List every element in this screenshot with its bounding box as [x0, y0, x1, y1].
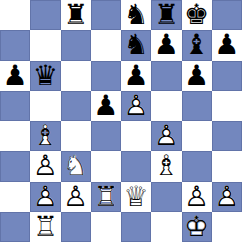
square-h2[interactable]: ♟♙ — [212, 182, 242, 212]
piece-glyph: ♟ — [212, 30, 242, 60]
piece-outline-glyph: ♕ — [121, 182, 151, 212]
piece-outline-glyph: ♔ — [182, 212, 212, 242]
square-b8[interactable] — [30, 0, 60, 30]
square-f1[interactable] — [151, 212, 181, 242]
piece-white-queen[interactable]: ♛♕ — [121, 182, 151, 212]
square-a1[interactable] — [0, 212, 30, 242]
piece-white-knight[interactable]: ♞♘ — [61, 151, 91, 181]
square-f4[interactable]: ♟♙ — [151, 121, 181, 151]
piece-white-bishop[interactable]: ♝♗ — [30, 121, 60, 151]
square-h3[interactable] — [212, 151, 242, 181]
piece-outline-glyph: ♙ — [30, 182, 60, 212]
piece-black-pawn[interactable]: ♟ — [151, 30, 181, 60]
square-e5[interactable]: ♟♙ — [121, 91, 151, 121]
chess-board: ♜♞♜♚♞♟♝♟♟♛♟♟♟♟♙♝♗♟♙♟♙♞♘♝♗♟♙♟♙♜♖♛♕♟♙♟♙♜♖♚… — [0, 0, 242, 242]
square-g7[interactable]: ♝ — [182, 30, 212, 60]
square-g1[interactable]: ♚♔ — [182, 212, 212, 242]
piece-black-rook[interactable]: ♜ — [61, 0, 91, 30]
square-g2[interactable]: ♟♙ — [182, 182, 212, 212]
piece-black-pawn[interactable]: ♟ — [0, 61, 30, 91]
piece-outline-glyph: ♙ — [151, 121, 181, 151]
square-h5[interactable] — [212, 91, 242, 121]
square-f3[interactable]: ♝♗ — [151, 151, 181, 181]
square-b1[interactable]: ♜♖ — [30, 212, 60, 242]
square-e1[interactable] — [121, 212, 151, 242]
square-d1[interactable] — [91, 212, 121, 242]
piece-white-pawn[interactable]: ♟♙ — [212, 182, 242, 212]
square-g6[interactable]: ♟ — [182, 61, 212, 91]
square-c8[interactable]: ♜ — [61, 0, 91, 30]
square-g4[interactable] — [182, 121, 212, 151]
piece-glyph: ♟ — [182, 61, 212, 91]
piece-outline-glyph: ♗ — [151, 151, 181, 181]
piece-glyph: ♟ — [121, 61, 151, 91]
piece-outline-glyph: ♗ — [30, 121, 60, 151]
square-b6[interactable]: ♛ — [30, 61, 60, 91]
piece-glyph: ♛ — [30, 61, 60, 91]
square-c7[interactable] — [61, 30, 91, 60]
piece-white-king[interactable]: ♚♔ — [182, 212, 212, 242]
square-c3[interactable]: ♞♘ — [61, 151, 91, 181]
piece-white-pawn[interactable]: ♟♙ — [151, 121, 181, 151]
square-h7[interactable]: ♟ — [212, 30, 242, 60]
square-d7[interactable] — [91, 30, 121, 60]
piece-outline-glyph: ♙ — [30, 151, 60, 181]
square-e8[interactable]: ♞ — [121, 0, 151, 30]
piece-black-pawn[interactable]: ♟ — [182, 61, 212, 91]
square-g8[interactable]: ♚ — [182, 0, 212, 30]
piece-white-pawn[interactable]: ♟♙ — [30, 182, 60, 212]
square-d6[interactable] — [91, 61, 121, 91]
piece-glyph: ♞ — [121, 30, 151, 60]
piece-outline-glyph: ♙ — [182, 182, 212, 212]
square-a3[interactable] — [0, 151, 30, 181]
square-a5[interactable] — [0, 91, 30, 121]
square-g5[interactable] — [182, 91, 212, 121]
square-a8[interactable] — [0, 0, 30, 30]
square-a6[interactable]: ♟ — [0, 61, 30, 91]
square-b4[interactable]: ♝♗ — [30, 121, 60, 151]
piece-glyph: ♝ — [182, 30, 212, 60]
square-g3[interactable] — [182, 151, 212, 181]
square-a4[interactable] — [0, 121, 30, 151]
piece-black-rook[interactable]: ♜ — [151, 0, 181, 30]
piece-glyph: ♜ — [151, 0, 181, 30]
square-d5[interactable]: ♟ — [91, 91, 121, 121]
piece-white-rook[interactable]: ♜♖ — [91, 182, 121, 212]
square-a7[interactable] — [0, 30, 30, 60]
piece-glyph: ♜ — [61, 0, 91, 30]
piece-outline-glyph: ♖ — [91, 182, 121, 212]
piece-white-bishop[interactable]: ♝♗ — [151, 151, 181, 181]
square-c5[interactable] — [61, 91, 91, 121]
piece-black-queen[interactable]: ♛ — [30, 61, 60, 91]
piece-white-pawn[interactable]: ♟♙ — [61, 182, 91, 212]
square-e6[interactable]: ♟ — [121, 61, 151, 91]
square-e4[interactable] — [121, 121, 151, 151]
square-f5[interactable] — [151, 91, 181, 121]
piece-glyph: ♚ — [182, 0, 212, 30]
square-h1[interactable] — [212, 212, 242, 242]
piece-black-pawn[interactable]: ♟ — [91, 91, 121, 121]
piece-glyph: ♟ — [91, 91, 121, 121]
square-h4[interactable] — [212, 121, 242, 151]
square-f2[interactable] — [151, 182, 181, 212]
piece-black-knight[interactable]: ♞ — [121, 0, 151, 30]
square-d3[interactable] — [91, 151, 121, 181]
piece-outline-glyph: ♙ — [61, 182, 91, 212]
piece-black-pawn[interactable]: ♟ — [212, 30, 242, 60]
square-b2[interactable]: ♟♙ — [30, 182, 60, 212]
square-d8[interactable] — [91, 0, 121, 30]
piece-white-pawn[interactable]: ♟♙ — [182, 182, 212, 212]
square-c2[interactable]: ♟♙ — [61, 182, 91, 212]
square-f6[interactable] — [151, 61, 181, 91]
piece-white-pawn[interactable]: ♟♙ — [30, 151, 60, 181]
piece-black-pawn[interactable]: ♟ — [121, 61, 151, 91]
piece-white-rook[interactable]: ♜♖ — [30, 212, 60, 242]
square-e3[interactable] — [121, 151, 151, 181]
piece-outline-glyph: ♙ — [212, 182, 242, 212]
square-c6[interactable] — [61, 61, 91, 91]
piece-white-pawn[interactable]: ♟♙ — [121, 91, 151, 121]
square-d4[interactable] — [91, 121, 121, 151]
square-b5[interactable] — [30, 91, 60, 121]
square-e2[interactable]: ♛♕ — [121, 182, 151, 212]
square-h8[interactable] — [212, 0, 242, 30]
piece-outline-glyph: ♙ — [121, 91, 151, 121]
square-e7[interactable]: ♞ — [121, 30, 151, 60]
piece-glyph: ♞ — [121, 0, 151, 30]
piece-black-knight[interactable]: ♞ — [121, 30, 151, 60]
square-h6[interactable] — [212, 61, 242, 91]
square-b3[interactable]: ♟♙ — [30, 151, 60, 181]
piece-outline-glyph: ♖ — [30, 212, 60, 242]
piece-glyph: ♟ — [151, 30, 181, 60]
piece-outline-glyph: ♘ — [61, 151, 91, 181]
piece-black-bishop[interactable]: ♝ — [182, 30, 212, 60]
piece-black-king[interactable]: ♚ — [182, 0, 212, 30]
square-d2[interactable]: ♜♖ — [91, 182, 121, 212]
square-c4[interactable] — [61, 121, 91, 151]
square-f7[interactable]: ♟ — [151, 30, 181, 60]
square-f8[interactable]: ♜ — [151, 0, 181, 30]
piece-glyph: ♟ — [0, 61, 30, 91]
square-c1[interactable] — [61, 212, 91, 242]
square-b7[interactable] — [30, 30, 60, 60]
square-a2[interactable] — [0, 182, 30, 212]
